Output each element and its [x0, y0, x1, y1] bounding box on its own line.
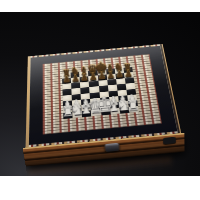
- board-outer-trim: ♜♞♝♛♚♝♞♜♟♟♟♟♟♟♟♟♟♟♟♟♟♟♟♟♜♞♝♛♚♝♞♜: [26, 44, 181, 147]
- square: [126, 83, 136, 89]
- square: [71, 88, 80, 94]
- screenshot: ♜♞♝♛♚♝♞♜♟♟♟♟♟♟♟♟♟♟♟♟♟♟♟♟♜♞♝♛♚♝♞♜: [0, 0, 200, 200]
- chess-board-box: ♜♞♝♛♚♝♞♜♟♟♟♟♟♟♟♟♟♟♟♟♟♟♟♟♜♞♝♛♚♝♞♜: [26, 44, 181, 147]
- square: [107, 85, 117, 91]
- latch-icon: [105, 143, 120, 152]
- square: [98, 80, 108, 86]
- square: ♜: [129, 106, 139, 113]
- square: ♟: [124, 72, 134, 78]
- silver-rook-piece: ♜: [61, 104, 75, 119]
- brass-pawn-piece: ♟: [71, 73, 80, 83]
- square: [80, 82, 89, 88]
- square: ♝: [110, 108, 120, 115]
- brass-pawn-piece: ♟: [97, 71, 106, 81]
- square: ♝: [82, 110, 92, 117]
- square: ♟: [80, 76, 89, 82]
- chess-set-photo: ♜♞♝♛♚♝♞♜♟♟♟♟♟♟♟♟♟♟♟♟♟♟♟♟♜♞♝♛♚♝♞♜: [0, 12, 200, 176]
- corner-fitting-icon: [163, 137, 176, 145]
- square: ♟: [62, 78, 71, 84]
- silver-bishop-piece: ♝: [107, 98, 123, 115]
- square: ♟: [71, 77, 80, 83]
- board-black-band: ♜♞♝♛♚♝♞♜♟♟♟♟♟♟♟♟♟♟♟♟♟♟♟♟♜♞♝♛♚♝♞♜: [29, 46, 178, 145]
- square: ♟: [98, 75, 107, 81]
- brass-pawn-piece: ♟: [80, 72, 89, 82]
- square: ♟: [106, 74, 115, 80]
- brass-pawn-piece: ♟: [62, 74, 71, 84]
- scene: ♜♞♝♛♚♝♞♜♟♟♟♟♟♟♟♟♟♟♟♟♟♟♟♟♜♞♝♛♚♝♞♜: [0, 12, 200, 176]
- silver-bishop-piece: ♝: [78, 100, 94, 117]
- silver-rook-piece: ♜: [127, 98, 141, 113]
- square: ♟: [89, 76, 98, 82]
- board-grid: ♜♞♝♛♚♝♞♜♟♟♟♟♟♟♟♟♟♟♟♟♟♟♟♟♜♞♝♛♚♝♞♜: [62, 67, 139, 119]
- brass-pawn-piece: ♟: [89, 72, 98, 82]
- square: [117, 84, 127, 90]
- brass-pawn-piece: ♟: [124, 68, 133, 78]
- board-mosaic-border: ♜♞♝♛♚♝♞♜♟♟♟♟♟♟♟♟♟♟♟♟♟♟♟♟♜♞♝♛♚♝♞♜: [43, 54, 162, 134]
- square: ♜: [63, 112, 73, 119]
